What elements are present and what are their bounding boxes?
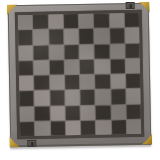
- square-e6[interactable]: [79, 44, 94, 59]
- square-d5[interactable]: [64, 60, 79, 75]
- square-e7[interactable]: [79, 29, 94, 44]
- square-f1[interactable]: [96, 120, 111, 135]
- square-g4[interactable]: [110, 74, 125, 89]
- clasp-bottom: [27, 140, 36, 147]
- square-g6[interactable]: [110, 44, 125, 59]
- square-a3[interactable]: [19, 91, 34, 106]
- square-e5[interactable]: [80, 59, 95, 74]
- square-f6[interactable]: [95, 44, 110, 59]
- square-e8[interactable]: [79, 14, 94, 29]
- clasp-pin: [129, 4, 131, 8]
- square-h1[interactable]: [127, 120, 142, 135]
- square-c3[interactable]: [50, 91, 65, 106]
- square-g2[interactable]: [111, 105, 126, 120]
- square-f5[interactable]: [95, 59, 110, 74]
- square-c8[interactable]: [48, 14, 63, 29]
- square-f2[interactable]: [96, 105, 111, 120]
- square-h5[interactable]: [125, 59, 140, 74]
- board-inner-frame: [15, 10, 144, 139]
- square-d2[interactable]: [65, 106, 80, 121]
- square-c1[interactable]: [50, 121, 65, 136]
- square-h7[interactable]: [125, 28, 140, 43]
- square-a8[interactable]: [18, 15, 33, 30]
- square-b1[interactable]: [35, 121, 50, 136]
- checkers-board: [8, 3, 152, 148]
- square-g7[interactable]: [110, 28, 125, 43]
- square-g8[interactable]: [109, 13, 124, 28]
- square-d8[interactable]: [64, 14, 79, 29]
- square-c2[interactable]: [50, 106, 65, 121]
- clasp-pin: [31, 142, 33, 146]
- square-c6[interactable]: [49, 45, 64, 60]
- square-a5[interactable]: [19, 61, 34, 76]
- clasp-top: [126, 2, 135, 9]
- square-h3[interactable]: [126, 89, 141, 104]
- square-b7[interactable]: [33, 30, 48, 45]
- square-e2[interactable]: [81, 105, 96, 120]
- square-f8[interactable]: [94, 13, 109, 28]
- square-d6[interactable]: [64, 45, 79, 60]
- square-h6[interactable]: [125, 43, 140, 58]
- square-g1[interactable]: [111, 120, 126, 135]
- square-e3[interactable]: [80, 90, 95, 105]
- square-a4[interactable]: [19, 76, 34, 91]
- square-a2[interactable]: [20, 106, 35, 121]
- square-d1[interactable]: [66, 121, 81, 136]
- square-e1[interactable]: [81, 120, 96, 135]
- square-g5[interactable]: [110, 59, 125, 74]
- square-h8[interactable]: [125, 13, 140, 28]
- playing-grid: [18, 13, 141, 136]
- square-d4[interactable]: [65, 75, 80, 90]
- square-g3[interactable]: [111, 89, 126, 104]
- square-f4[interactable]: [95, 74, 110, 89]
- square-a7[interactable]: [18, 30, 33, 45]
- square-a1[interactable]: [20, 122, 35, 137]
- square-b5[interactable]: [34, 60, 49, 75]
- square-d3[interactable]: [65, 90, 80, 105]
- square-f7[interactable]: [94, 29, 109, 44]
- square-c5[interactable]: [49, 60, 64, 75]
- square-h2[interactable]: [126, 104, 141, 119]
- square-b2[interactable]: [35, 106, 50, 121]
- square-a6[interactable]: [18, 45, 33, 60]
- square-b3[interactable]: [35, 91, 50, 106]
- square-c4[interactable]: [50, 75, 65, 90]
- photo-background: [0, 0, 160, 160]
- square-h4[interactable]: [126, 74, 141, 89]
- square-b6[interactable]: [34, 45, 49, 60]
- square-e4[interactable]: [80, 75, 95, 90]
- square-b4[interactable]: [34, 76, 49, 91]
- square-f3[interactable]: [96, 90, 111, 105]
- square-d7[interactable]: [64, 29, 79, 44]
- square-c7[interactable]: [49, 30, 64, 45]
- square-b8[interactable]: [33, 15, 48, 30]
